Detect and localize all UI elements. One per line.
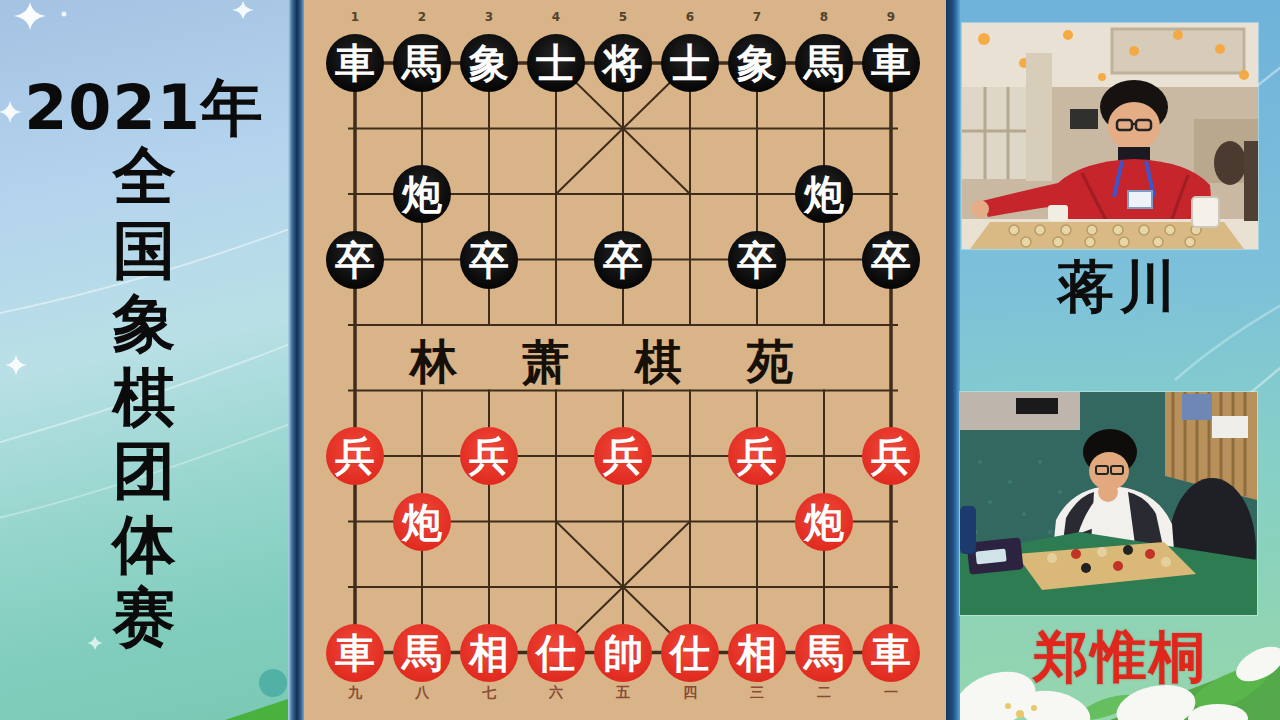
piece-black-卒[interactable]: 卒	[728, 231, 786, 289]
file-labels-top: 123456789	[322, 10, 925, 24]
file-label-bottom: 八	[389, 684, 456, 702]
piece-black-卒[interactable]: 卒	[460, 231, 518, 289]
event-title-char: 团	[104, 434, 184, 508]
file-label-bottom: 六	[523, 684, 590, 702]
file-label-top: 6	[657, 10, 724, 24]
piece-red-帥[interactable]: 帥	[594, 624, 652, 682]
players-panel: 蒋川	[960, 0, 1280, 720]
piece-red-仕[interactable]: 仕	[661, 624, 719, 682]
file-label-bottom: 二	[791, 684, 858, 702]
file-label-top: 8	[791, 10, 858, 24]
xiangqi-board: 123456789 林萧棋苑 車馬象士将士象馬車炮炮卒卒卒卒卒兵兵兵兵兵炮炮車馬…	[304, 0, 946, 720]
file-label-top: 9	[858, 10, 925, 24]
file-label-top: 1	[322, 10, 389, 24]
piece-red-炮[interactable]: 炮	[795, 493, 853, 551]
file-label-top: 2	[389, 10, 456, 24]
left-separator-stripe	[288, 0, 304, 720]
piece-black-卒[interactable]: 卒	[594, 231, 652, 289]
piece-red-相[interactable]: 相	[728, 624, 786, 682]
piece-black-炮[interactable]: 炮	[795, 165, 853, 223]
piece-red-相[interactable]: 相	[460, 624, 518, 682]
piece-black-士[interactable]: 士	[527, 34, 585, 92]
event-title-panel: 2021年 全国象棋团体赛	[0, 0, 288, 720]
file-label-top: 7	[724, 10, 791, 24]
piece-red-兵[interactable]: 兵	[728, 427, 786, 485]
event-title-char: 全	[104, 140, 184, 214]
player-name-top: 蒋川	[960, 250, 1280, 326]
piece-black-象[interactable]: 象	[728, 34, 786, 92]
event-title-char: 赛	[104, 581, 184, 655]
event-year: 2021年	[0, 66, 288, 150]
piece-red-兵[interactable]: 兵	[862, 427, 920, 485]
event-title-char: 象	[104, 287, 184, 361]
water-bottle	[960, 506, 976, 554]
piece-red-仕[interactable]: 仕	[527, 624, 585, 682]
file-label-bottom: 一	[858, 684, 925, 702]
event-title-char: 棋	[104, 361, 184, 435]
player-name-bottom: 郑惟桐	[960, 620, 1280, 696]
piece-black-車[interactable]: 車	[862, 34, 920, 92]
piece-red-炮[interactable]: 炮	[393, 493, 451, 551]
piece-red-兵[interactable]: 兵	[594, 427, 652, 485]
file-label-bottom: 三	[724, 684, 791, 702]
teal-dot-decoration	[259, 669, 287, 697]
piece-black-車[interactable]: 車	[326, 34, 384, 92]
piece-black-象[interactable]: 象	[460, 34, 518, 92]
file-label-top: 5	[590, 10, 657, 24]
piece-red-車[interactable]: 車	[326, 624, 384, 682]
event-title-vertical: 全国象棋团体赛	[104, 140, 184, 655]
piece-red-馬[interactable]: 馬	[795, 624, 853, 682]
file-label-bottom: 九	[322, 684, 389, 702]
video-frame: 2021年 全国象棋团体赛	[0, 0, 1280, 720]
piece-red-車[interactable]: 車	[862, 624, 920, 682]
piece-red-兵[interactable]: 兵	[326, 427, 384, 485]
file-label-top: 3	[456, 10, 523, 24]
file-label-bottom: 五	[590, 684, 657, 702]
green-hill-decoration	[225, 699, 288, 720]
piece-black-炮[interactable]: 炮	[393, 165, 451, 223]
piece-black-士[interactable]: 士	[661, 34, 719, 92]
player-photo-top	[962, 23, 1258, 249]
piece-black-卒[interactable]: 卒	[862, 231, 920, 289]
piece-black-将[interactable]: 将	[594, 34, 652, 92]
event-title-char: 国	[104, 214, 184, 288]
piece-red-兵[interactable]: 兵	[460, 427, 518, 485]
file-label-bottom: 七	[456, 684, 523, 702]
piece-black-馬[interactable]: 馬	[795, 34, 853, 92]
piece-black-卒[interactable]: 卒	[326, 231, 384, 289]
file-label-bottom: 四	[657, 684, 724, 702]
file-labels-bottom: 九八七六五四三二一	[322, 684, 925, 702]
piece-black-馬[interactable]: 馬	[393, 34, 451, 92]
piece-red-馬[interactable]: 馬	[393, 624, 451, 682]
player-photo-bottom	[960, 392, 1257, 615]
right-separator-stripe	[946, 0, 960, 720]
file-label-top: 4	[523, 10, 590, 24]
event-title-char: 体	[104, 508, 184, 582]
piece-grid: 車馬象士将士象馬車炮炮卒卒卒卒卒兵兵兵兵兵炮炮車馬相仕帥仕相馬車	[322, 30, 925, 685]
